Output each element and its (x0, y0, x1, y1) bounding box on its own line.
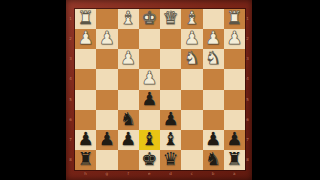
square-e2[interactable] (139, 29, 160, 49)
rank-label-7-left: 7 (66, 138, 75, 142)
square-a8[interactable]: ♜ (224, 150, 245, 170)
square-b2[interactable]: ♟ (203, 29, 224, 49)
rank-label-1-right: 1 (243, 17, 252, 21)
file-label-c: c (181, 172, 203, 176)
square-d5[interactable] (160, 90, 181, 110)
rank-label-6-left: 6 (66, 118, 75, 122)
square-h4[interactable] (75, 69, 96, 89)
rank-label-3-right: 3 (243, 57, 252, 61)
square-d1[interactable]: ♛ (160, 9, 181, 29)
square-b3[interactable]: ♞ (203, 49, 224, 69)
square-h2[interactable]: ♟ (75, 29, 96, 49)
white-rook: ♜ (78, 9, 94, 27)
square-c3[interactable]: ♞ (181, 49, 202, 69)
white-pawn: ♟ (120, 49, 136, 67)
square-f4[interactable] (118, 69, 139, 89)
black-pawn: ♟ (99, 130, 115, 148)
white-knight: ♞ (205, 49, 221, 67)
square-e6[interactable] (139, 110, 160, 130)
white-pawn: ♟ (141, 69, 157, 87)
square-e4[interactable]: ♟ (139, 69, 160, 89)
square-d2[interactable] (160, 29, 181, 49)
black-queen: ♛ (163, 150, 179, 168)
square-a3[interactable] (224, 49, 245, 69)
letterbox-left (0, 0, 66, 180)
square-e5[interactable]: ♟ (139, 90, 160, 110)
square-h8[interactable]: ♜ (75, 150, 96, 170)
file-label-d: d (160, 172, 182, 176)
black-pawn: ♟ (120, 130, 136, 148)
square-b7[interactable]: ♟ (203, 130, 224, 150)
file-label-g: g (96, 172, 118, 176)
video-frame: ♜♝♚♛♝♜♟♟♟♟♟♟♞♞♟♟♞♟♟♟♟♝♝♟♟♜♚♛♞♜ 112233445… (0, 0, 320, 180)
white-knight: ♞ (184, 49, 200, 67)
square-a4[interactable] (224, 69, 245, 89)
square-g7[interactable]: ♟ (96, 130, 117, 150)
square-h6[interactable] (75, 110, 96, 130)
white-pawn: ♟ (226, 29, 242, 47)
square-f2[interactable] (118, 29, 139, 49)
square-a2[interactable]: ♟ (224, 29, 245, 49)
square-g4[interactable] (96, 69, 117, 89)
black-bishop: ♝ (163, 130, 179, 148)
chess-board: ♜♝♚♛♝♜♟♟♟♟♟♟♞♞♟♟♞♟♟♟♟♝♝♟♟♜♚♛♞♜ (75, 9, 245, 170)
square-b5[interactable] (203, 90, 224, 110)
square-a7[interactable]: ♟ (224, 130, 245, 150)
square-d3[interactable] (160, 49, 181, 69)
square-f1[interactable]: ♝ (118, 9, 139, 29)
square-c1[interactable]: ♝ (181, 9, 202, 29)
square-e1[interactable]: ♚ (139, 9, 160, 29)
rank-label-1-left: 1 (66, 17, 75, 21)
file-label-e: e (138, 172, 160, 176)
square-d6[interactable]: ♟ (160, 110, 181, 130)
white-pawn: ♟ (205, 29, 221, 47)
square-h1[interactable]: ♜ (75, 9, 96, 29)
rank-label-5-right: 5 (243, 98, 252, 102)
square-c7[interactable] (181, 130, 202, 150)
rank-label-2-right: 2 (243, 37, 252, 41)
square-b6[interactable] (203, 110, 224, 130)
white-queen: ♛ (163, 9, 179, 27)
square-b8[interactable]: ♞ (203, 150, 224, 170)
square-f5[interactable] (118, 90, 139, 110)
square-a5[interactable] (224, 90, 245, 110)
file-label-f: f (117, 172, 139, 176)
square-g3[interactable] (96, 49, 117, 69)
square-g8[interactable] (96, 150, 117, 170)
rank-label-2-left: 2 (66, 37, 75, 41)
file-label-a: a (223, 172, 245, 176)
file-label-h: h (75, 172, 97, 176)
square-a6[interactable] (224, 110, 245, 130)
white-bishop: ♝ (120, 9, 136, 27)
black-pawn: ♟ (205, 130, 221, 148)
square-h5[interactable] (75, 90, 96, 110)
white-pawn: ♟ (184, 29, 200, 47)
square-e3[interactable] (139, 49, 160, 69)
black-knight: ♞ (120, 110, 136, 128)
rank-label-4-right: 4 (243, 77, 252, 81)
square-c6[interactable] (181, 110, 202, 130)
square-d4[interactable] (160, 69, 181, 89)
black-knight: ♞ (205, 150, 221, 168)
white-rook: ♜ (226, 9, 242, 27)
square-c2[interactable]: ♟ (181, 29, 202, 49)
square-d8[interactable]: ♛ (160, 150, 181, 170)
black-pawn: ♟ (141, 90, 157, 108)
rank-label-4-left: 4 (66, 77, 75, 81)
square-g5[interactable] (96, 90, 117, 110)
square-c5[interactable] (181, 90, 202, 110)
square-h3[interactable] (75, 49, 96, 69)
white-pawn: ♟ (78, 29, 94, 47)
square-b1[interactable] (203, 9, 224, 29)
white-pawn: ♟ (99, 29, 115, 47)
rank-label-5-left: 5 (66, 98, 75, 102)
square-f3[interactable]: ♟ (118, 49, 139, 69)
square-c4[interactable] (181, 69, 202, 89)
white-king: ♚ (141, 9, 157, 27)
square-f8[interactable] (118, 150, 139, 170)
rank-label-7-right: 7 (243, 138, 252, 142)
letterbox-right (252, 0, 320, 180)
rank-label-8-left: 8 (66, 158, 75, 162)
square-a1[interactable]: ♜ (224, 9, 245, 29)
rank-label-3-left: 3 (66, 57, 75, 61)
black-bishop: ♝ (141, 130, 157, 148)
black-pawn: ♟ (163, 110, 179, 128)
square-e7[interactable]: ♝ (139, 130, 160, 150)
square-b4[interactable] (203, 69, 224, 89)
black-rook: ♜ (226, 150, 242, 168)
square-g6[interactable] (96, 110, 117, 130)
square-f6[interactable]: ♞ (118, 110, 139, 130)
chess-board-frame: ♜♝♚♛♝♜♟♟♟♟♟♟♞♞♟♟♞♟♟♟♟♝♝♟♟♜♚♛♞♜ 112233445… (66, 0, 252, 180)
rank-label-6-right: 6 (243, 118, 252, 122)
square-f7[interactable]: ♟ (118, 130, 139, 150)
square-d7[interactable]: ♝ (160, 130, 181, 150)
black-pawn: ♟ (78, 130, 94, 148)
square-h7[interactable]: ♟ (75, 130, 96, 150)
black-rook: ♜ (78, 150, 94, 168)
square-e8[interactable]: ♚ (139, 150, 160, 170)
white-bishop: ♝ (184, 9, 200, 27)
black-king: ♚ (141, 150, 157, 168)
file-label-b: b (202, 172, 224, 176)
black-pawn: ♟ (226, 130, 242, 148)
rank-label-8-right: 8 (243, 158, 252, 162)
square-g1[interactable] (96, 9, 117, 29)
square-g2[interactable]: ♟ (96, 29, 117, 49)
square-c8[interactable] (181, 150, 202, 170)
